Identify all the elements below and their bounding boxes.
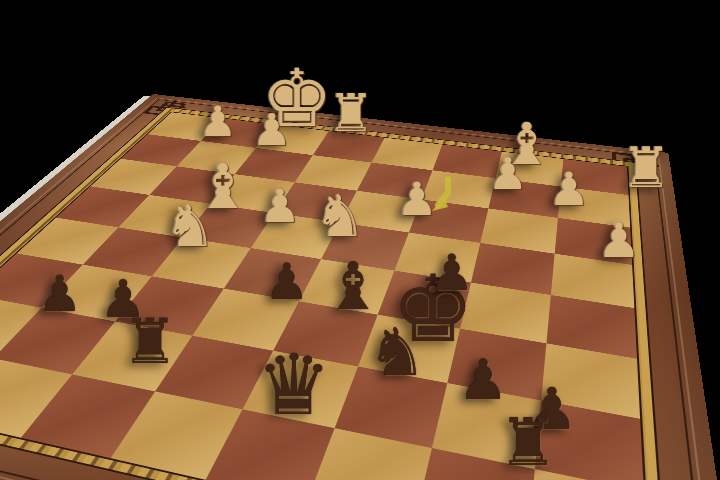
black-queen-d8[interactable]: ♛ (256, 343, 331, 427)
white-pawn-h2[interactable]: ♟ (199, 101, 237, 143)
chess-3d-scene: ♚♜♜♝♟♟♟♟♟♟♝♞♟♞♟♟♜♟♝♚♞♛♟♟♟♜ (0, 0, 720, 480)
black-knight-c7[interactable]: ♞ (367, 320, 426, 386)
white-pawn-b2[interactable]: ♟ (548, 166, 589, 212)
black-bishop-d5[interactable]: ♝ (323, 254, 382, 320)
black-pawn-c5[interactable]: ♟ (430, 248, 475, 298)
white-pawn-a3[interactable]: ♟ (597, 216, 640, 264)
black-pawn-h7[interactable]: ♟ (38, 269, 83, 319)
black-rook-f8[interactable]: ♜ (122, 311, 178, 373)
move-hint-arrow-icon (426, 177, 460, 215)
black-pawn-e5[interactable]: ♟ (265, 257, 310, 307)
black-rook-a8[interactable]: ♜ (498, 410, 557, 476)
white-pawn-g2[interactable]: ♟ (252, 108, 291, 152)
black-pawn-b7[interactable]: ♟ (458, 352, 508, 408)
white-rook-f1[interactable]: ♜ (328, 87, 375, 139)
white-knight-e4[interactable]: ♞ (314, 187, 366, 245)
white-rook-a1[interactable]: ♜ (621, 140, 671, 196)
white-knight-g5[interactable]: ♞ (164, 197, 216, 255)
white-pawn-f4[interactable]: ♟ (259, 183, 300, 229)
white-pawn-c2[interactable]: ♟ (488, 152, 527, 196)
